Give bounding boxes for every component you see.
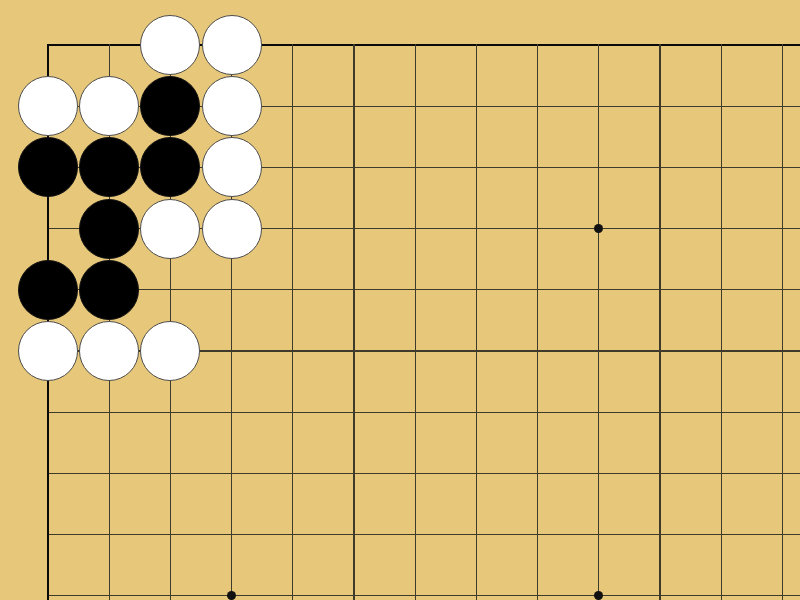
intersection[interactable] xyxy=(568,504,629,565)
intersection[interactable] xyxy=(385,198,446,259)
intersection[interactable] xyxy=(79,14,140,75)
intersection[interactable] xyxy=(446,382,507,443)
intersection[interactable] xyxy=(140,259,201,320)
intersection[interactable] xyxy=(629,14,690,75)
intersection[interactable] xyxy=(629,320,690,381)
black-stone xyxy=(140,76,200,136)
intersection[interactable] xyxy=(79,198,140,259)
intersection[interactable] xyxy=(446,504,507,565)
intersection[interactable] xyxy=(446,565,507,600)
white-stone xyxy=(140,321,200,381)
intersection[interactable] xyxy=(201,14,262,75)
intersection[interactable] xyxy=(446,320,507,381)
intersection[interactable] xyxy=(140,565,201,600)
intersection[interactable] xyxy=(752,76,800,137)
intersection[interactable] xyxy=(385,565,446,600)
intersection[interactable] xyxy=(507,443,568,504)
intersection[interactable] xyxy=(690,76,751,137)
intersection[interactable] xyxy=(79,504,140,565)
white-stone xyxy=(202,15,262,75)
intersection[interactable] xyxy=(201,504,262,565)
intersection[interactable] xyxy=(140,198,201,259)
white-stone xyxy=(140,199,200,259)
intersection[interactable] xyxy=(262,565,323,600)
intersection[interactable] xyxy=(79,565,140,600)
intersection[interactable] xyxy=(262,76,323,137)
intersection[interactable] xyxy=(262,320,323,381)
white-stone xyxy=(140,15,200,75)
intersection[interactable] xyxy=(752,259,800,320)
intersection[interactable] xyxy=(568,14,629,75)
intersection[interactable] xyxy=(140,14,201,75)
white-stone xyxy=(79,76,139,136)
intersection[interactable] xyxy=(690,443,751,504)
intersection[interactable] xyxy=(17,504,78,565)
intersection[interactable] xyxy=(690,320,751,381)
intersection[interactable] xyxy=(385,76,446,137)
intersection[interactable] xyxy=(201,382,262,443)
intersection[interactable] xyxy=(140,382,201,443)
intersection[interactable] xyxy=(629,382,690,443)
intersection[interactable] xyxy=(568,382,629,443)
black-stone xyxy=(18,260,78,320)
intersection[interactable] xyxy=(323,76,384,137)
intersection[interactable] xyxy=(262,259,323,320)
intersection[interactable] xyxy=(752,443,800,504)
intersection[interactable] xyxy=(446,443,507,504)
intersection[interactable] xyxy=(629,565,690,600)
intersection[interactable] xyxy=(262,14,323,75)
intersection[interactable] xyxy=(201,137,262,198)
intersection[interactable] xyxy=(17,14,78,75)
intersection[interactable] xyxy=(201,76,262,137)
intersection[interactable] xyxy=(385,259,446,320)
intersection[interactable] xyxy=(507,504,568,565)
intersection[interactable] xyxy=(323,443,384,504)
intersection[interactable] xyxy=(629,198,690,259)
intersection[interactable] xyxy=(629,443,690,504)
black-stone xyxy=(79,199,139,259)
intersection[interactable] xyxy=(17,198,78,259)
intersection[interactable] xyxy=(385,382,446,443)
intersection[interactable] xyxy=(507,198,568,259)
intersection[interactable] xyxy=(79,137,140,198)
intersection[interactable] xyxy=(690,504,751,565)
white-stone xyxy=(79,321,139,381)
intersection[interactable] xyxy=(262,504,323,565)
intersection[interactable] xyxy=(17,382,78,443)
intersection[interactable] xyxy=(568,565,629,600)
intersection[interactable] xyxy=(752,320,800,381)
intersection[interactable] xyxy=(507,565,568,600)
intersection[interactable] xyxy=(201,443,262,504)
intersection[interactable] xyxy=(262,137,323,198)
black-stone xyxy=(140,137,200,197)
intersection[interactable] xyxy=(17,320,78,381)
intersection[interactable] xyxy=(507,382,568,443)
intersection[interactable] xyxy=(201,320,262,381)
intersection[interactable] xyxy=(568,259,629,320)
intersection[interactable] xyxy=(262,198,323,259)
intersection[interactable] xyxy=(507,320,568,381)
intersection[interactable] xyxy=(323,320,384,381)
intersection[interactable] xyxy=(629,504,690,565)
intersection[interactable] xyxy=(752,504,800,565)
intersection[interactable] xyxy=(690,565,751,600)
intersection[interactable] xyxy=(79,259,140,320)
intersection[interactable] xyxy=(507,137,568,198)
intersection[interactable] xyxy=(323,14,384,75)
intersection[interactable] xyxy=(201,259,262,320)
intersection[interactable] xyxy=(385,137,446,198)
white-stone xyxy=(202,199,262,259)
intersection[interactable] xyxy=(17,565,78,600)
intersection[interactable] xyxy=(17,76,78,137)
intersection[interactable] xyxy=(446,259,507,320)
intersection[interactable] xyxy=(446,137,507,198)
intersection[interactable] xyxy=(385,443,446,504)
intersection[interactable] xyxy=(507,14,568,75)
intersection[interactable] xyxy=(17,137,78,198)
black-stone xyxy=(79,137,139,197)
intersection[interactable] xyxy=(140,137,201,198)
intersection[interactable] xyxy=(446,198,507,259)
intersection[interactable] xyxy=(568,443,629,504)
intersection[interactable] xyxy=(752,382,800,443)
intersection[interactable] xyxy=(323,382,384,443)
intersection[interactable] xyxy=(140,320,201,381)
intersection[interactable] xyxy=(79,382,140,443)
intersection[interactable] xyxy=(446,14,507,75)
intersection[interactable] xyxy=(323,259,384,320)
intersection[interactable] xyxy=(568,320,629,381)
intersection[interactable] xyxy=(629,259,690,320)
intersection[interactable] xyxy=(690,259,751,320)
black-stone xyxy=(79,260,139,320)
intersection[interactable] xyxy=(140,76,201,137)
intersection[interactable] xyxy=(568,76,629,137)
intersection[interactable] xyxy=(752,137,800,198)
intersection[interactable] xyxy=(262,443,323,504)
intersection[interactable] xyxy=(507,259,568,320)
intersection[interactable] xyxy=(17,443,78,504)
intersection[interactable] xyxy=(201,198,262,259)
intersection[interactable] xyxy=(385,504,446,565)
intersection[interactable] xyxy=(201,565,262,600)
black-stone xyxy=(18,137,78,197)
intersection[interactable] xyxy=(690,382,751,443)
white-stone xyxy=(18,321,78,381)
intersection[interactable] xyxy=(568,198,629,259)
intersection[interactable] xyxy=(262,382,323,443)
intersection[interactable] xyxy=(140,504,201,565)
white-stone xyxy=(18,76,78,136)
intersection[interactable] xyxy=(752,198,800,259)
white-stone xyxy=(202,76,262,136)
intersection[interactable] xyxy=(17,259,78,320)
intersection[interactable] xyxy=(629,76,690,137)
white-stone xyxy=(202,137,262,197)
intersection[interactable] xyxy=(323,565,384,600)
intersection[interactable] xyxy=(507,76,568,137)
intersection[interactable] xyxy=(446,76,507,137)
intersection[interactable] xyxy=(752,565,800,600)
intersection[interactable] xyxy=(323,137,384,198)
go-board xyxy=(0,0,800,600)
intersection[interactable] xyxy=(690,137,751,198)
intersection[interactable] xyxy=(79,320,140,381)
intersection[interactable] xyxy=(690,198,751,259)
intersection[interactable] xyxy=(79,76,140,137)
intersection[interactable] xyxy=(629,137,690,198)
intersection[interactable] xyxy=(323,504,384,565)
intersection[interactable] xyxy=(140,443,201,504)
intersection[interactable] xyxy=(79,443,140,504)
intersection[interactable] xyxy=(690,14,751,75)
intersection[interactable] xyxy=(568,137,629,198)
intersection[interactable] xyxy=(752,14,800,75)
intersection[interactable] xyxy=(323,198,384,259)
intersection[interactable] xyxy=(385,320,446,381)
intersection[interactable] xyxy=(385,14,446,75)
intersection-grid xyxy=(17,14,800,600)
